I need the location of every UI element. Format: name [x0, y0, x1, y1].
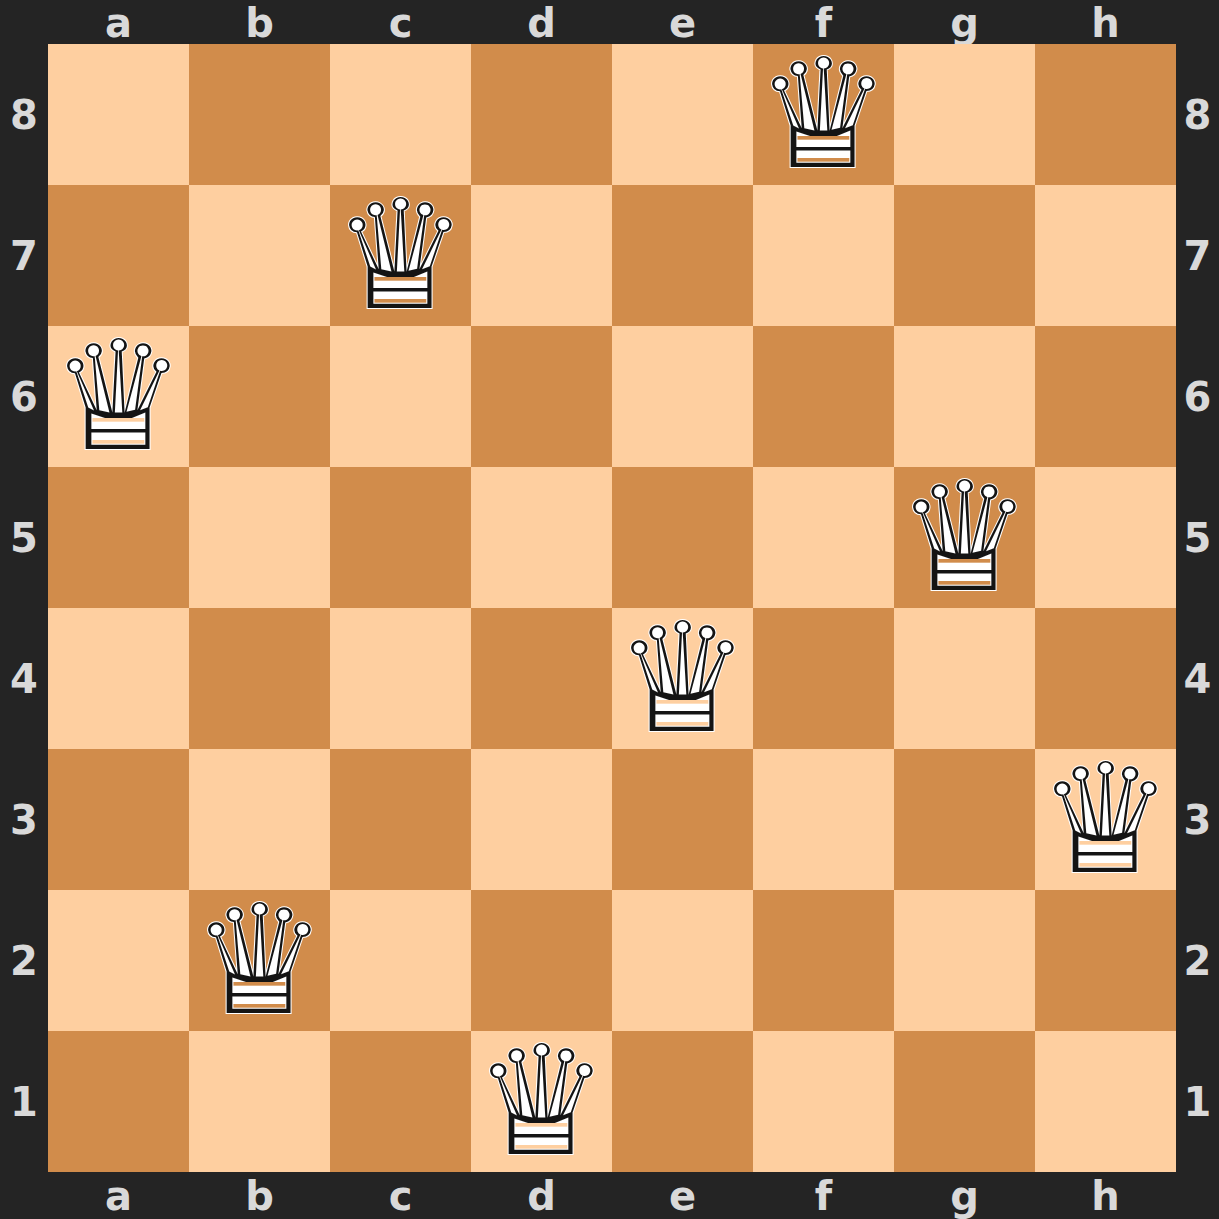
square-d3[interactable]	[471, 749, 612, 890]
rank-label-6-left: 6	[0, 326, 48, 467]
rank-label-7-left: 7	[0, 185, 48, 326]
square-f5[interactable]	[753, 467, 894, 608]
white-queen-outline-glyph: ♕	[1035, 749, 1176, 890]
file-label-e-bottom: e	[612, 1172, 753, 1219]
file-label-c-top: c	[330, 0, 471, 46]
rank-label-1-left: 1	[0, 1031, 48, 1172]
rank-label-5-left: 5	[0, 467, 48, 608]
square-d5[interactable]	[471, 467, 612, 608]
rank-label-6-right: 6	[1176, 326, 1219, 467]
rank-label-5-right: 5	[1176, 467, 1219, 608]
rank-label-8-right: 8	[1176, 44, 1219, 185]
square-c8[interactable]	[330, 44, 471, 185]
white-queen-outline-glyph: ♕	[894, 467, 1035, 608]
square-e2[interactable]	[612, 890, 753, 1031]
square-h6[interactable]	[1035, 326, 1176, 467]
square-a3[interactable]	[48, 749, 189, 890]
square-c7[interactable]: ♛♕	[330, 185, 471, 326]
file-label-h-top: h	[1035, 0, 1176, 46]
square-a1[interactable]	[48, 1031, 189, 1172]
white-queen-outline-glyph: ♕	[330, 185, 471, 326]
square-c2[interactable]	[330, 890, 471, 1031]
square-g4[interactable]	[894, 608, 1035, 749]
file-label-a-bottom: a	[48, 1172, 189, 1219]
rank-label-4-right: 4	[1176, 608, 1219, 749]
square-f1[interactable]	[753, 1031, 894, 1172]
file-labels-bottom: abcdefgh	[48, 1172, 1176, 1219]
rank-label-3-right: 3	[1176, 749, 1219, 890]
square-b8[interactable]	[189, 44, 330, 185]
square-a4[interactable]	[48, 608, 189, 749]
white-queen-a6[interactable]: ♛♕	[48, 326, 189, 467]
square-g5[interactable]: ♛♕	[894, 467, 1035, 608]
file-labels-top: abcdefgh	[48, 0, 1176, 44]
file-label-c-bottom: c	[330, 1172, 471, 1219]
square-e8[interactable]	[612, 44, 753, 185]
rank-label-1-right: 1	[1176, 1031, 1219, 1172]
file-label-h-bottom: h	[1035, 1172, 1176, 1219]
square-h7[interactable]	[1035, 185, 1176, 326]
rank-label-4-left: 4	[0, 608, 48, 749]
rank-labels-left: 87654321	[0, 44, 48, 1172]
square-c6[interactable]	[330, 326, 471, 467]
square-c1[interactable]	[330, 1031, 471, 1172]
rank-label-8-left: 8	[0, 44, 48, 185]
file-label-g-top: g	[894, 0, 1035, 46]
square-e6[interactable]	[612, 326, 753, 467]
white-queen-c7[interactable]: ♛♕	[330, 185, 471, 326]
white-queen-outline-glyph: ♕	[48, 326, 189, 467]
square-b6[interactable]	[189, 326, 330, 467]
square-f4[interactable]	[753, 608, 894, 749]
square-f2[interactable]	[753, 890, 894, 1031]
square-h3[interactable]: ♛♕	[1035, 749, 1176, 890]
white-queen-f8[interactable]: ♛♕	[753, 44, 894, 185]
rank-labels-right: 87654321	[1176, 44, 1219, 1172]
file-label-f-bottom: f	[753, 1172, 894, 1219]
square-a8[interactable]	[48, 44, 189, 185]
square-c4[interactable]	[330, 608, 471, 749]
file-label-d-top: d	[471, 0, 612, 46]
square-d1[interactable]: ♛♕	[471, 1031, 612, 1172]
square-a7[interactable]	[48, 185, 189, 326]
square-d6[interactable]	[471, 326, 612, 467]
square-f8[interactable]: ♛♕	[753, 44, 894, 185]
square-g6[interactable]	[894, 326, 1035, 467]
square-g7[interactable]	[894, 185, 1035, 326]
square-c5[interactable]	[330, 467, 471, 608]
white-queen-h3[interactable]: ♛♕	[1035, 749, 1176, 890]
square-e7[interactable]	[612, 185, 753, 326]
white-queen-outline-glyph: ♕	[471, 1031, 612, 1172]
square-d2[interactable]	[471, 890, 612, 1031]
rank-label-3-left: 3	[0, 749, 48, 890]
rank-label-2-right: 2	[1176, 890, 1219, 1031]
file-label-g-bottom: g	[894, 1172, 1035, 1219]
square-h8[interactable]	[1035, 44, 1176, 185]
square-d7[interactable]	[471, 185, 612, 326]
square-a2[interactable]	[48, 890, 189, 1031]
square-g2[interactable]	[894, 890, 1035, 1031]
square-b1[interactable]	[189, 1031, 330, 1172]
white-queen-outline-glyph: ♕	[189, 890, 330, 1031]
square-g1[interactable]	[894, 1031, 1035, 1172]
square-d8[interactable]	[471, 44, 612, 185]
white-queen-d1[interactable]: ♛♕	[471, 1031, 612, 1172]
white-queen-b2[interactable]: ♛♕	[189, 890, 330, 1031]
square-f7[interactable]	[753, 185, 894, 326]
board-grid: ♛♕♛♕♛♕♛♕♛♕♛♕♛♕♛♕	[48, 44, 1176, 1172]
square-e1[interactable]	[612, 1031, 753, 1172]
square-c3[interactable]	[330, 749, 471, 890]
white-queen-outline-glyph: ♕	[753, 44, 894, 185]
square-e4[interactable]: ♛♕	[612, 608, 753, 749]
white-queen-g5[interactable]: ♛♕	[894, 467, 1035, 608]
file-label-a-top: a	[48, 0, 189, 46]
white-queen-e4[interactable]: ♛♕	[612, 608, 753, 749]
file-label-e-top: e	[612, 0, 753, 46]
square-b4[interactable]	[189, 608, 330, 749]
square-e3[interactable]	[612, 749, 753, 890]
square-h1[interactable]	[1035, 1031, 1176, 1172]
square-b7[interactable]	[189, 185, 330, 326]
file-label-b-bottom: b	[189, 1172, 330, 1219]
square-a6[interactable]: ♛♕	[48, 326, 189, 467]
square-g3[interactable]	[894, 749, 1035, 890]
square-h5[interactable]	[1035, 467, 1176, 608]
square-a5[interactable]	[48, 467, 189, 608]
square-e5[interactable]	[612, 467, 753, 608]
square-b5[interactable]	[189, 467, 330, 608]
file-label-b-top: b	[189, 0, 330, 46]
chessboard-diagram: abcdefgh abcdefgh 87654321 87654321 ♛♕♛♕…	[0, 0, 1219, 1219]
square-b2[interactable]: ♛♕	[189, 890, 330, 1031]
square-h4[interactable]	[1035, 608, 1176, 749]
rank-label-2-left: 2	[0, 890, 48, 1031]
square-f3[interactable]	[753, 749, 894, 890]
square-d4[interactable]	[471, 608, 612, 749]
square-f6[interactable]	[753, 326, 894, 467]
square-g8[interactable]	[894, 44, 1035, 185]
rank-label-7-right: 7	[1176, 185, 1219, 326]
square-b3[interactable]	[189, 749, 330, 890]
white-queen-outline-glyph: ♕	[612, 608, 753, 749]
square-h2[interactable]	[1035, 890, 1176, 1031]
